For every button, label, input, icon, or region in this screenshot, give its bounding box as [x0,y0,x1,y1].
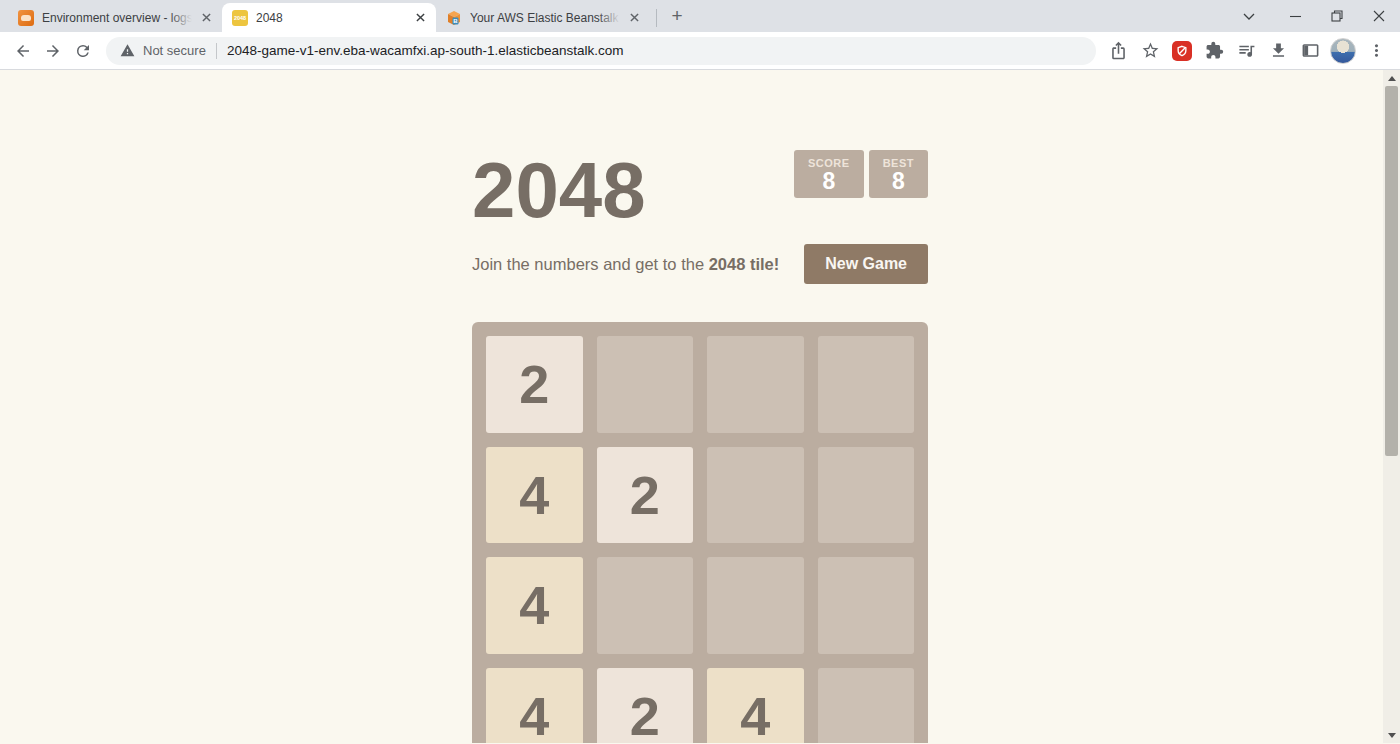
empty-cell [818,447,915,544]
empty-cell [818,336,915,433]
address-bar[interactable]: Not secure 2048-game-v1-env.eba-wacamfxi… [106,37,1096,65]
empty-cell [707,557,804,654]
tile-4: 4 [486,447,583,544]
page-content: 2048 SCORE 8 BEST 8 Join the numbers and… [0,70,1400,743]
browser-toolbar: Not secure 2048-game-v1-env.eba-wacamfxi… [0,32,1400,70]
scrollbar[interactable] [1383,70,1400,743]
score-panel: SCORE 8 BEST 8 [794,150,928,230]
tab-title: Your AWS Elastic Beanstalk enviro [470,11,620,25]
svg-text:B: B [453,18,458,24]
media-controls-icon[interactable] [1232,37,1260,65]
window-controls [1234,0,1400,32]
reload-icon[interactable] [69,37,97,65]
game-board: 2424424 [472,322,928,743]
downloads-icon[interactable] [1264,37,1292,65]
extensions-puzzle-icon[interactable] [1200,37,1228,65]
close-window-button[interactable] [1358,0,1400,32]
url-text[interactable]: 2048-game-v1-env.eba-wacamfxi.ap-south-1… [227,43,624,58]
tab-2048[interactable]: 2048 2048 [222,3,436,32]
new-tab-button[interactable]: + [663,2,691,30]
toolbar-actions [1102,37,1392,65]
profile-avatar[interactable] [1330,38,1356,64]
tile-2: 2 [597,668,694,744]
empty-cell [707,447,804,544]
tile-4: 4 [707,668,804,744]
chevron-down-icon[interactable] [1234,0,1264,32]
subtitle: Join the numbers and get to the 2048 til… [472,255,779,274]
score-value: 8 [808,169,850,194]
tab-separator [656,9,657,27]
empty-cell [597,557,694,654]
tab-title: 2048 [256,11,406,25]
empty-cell [818,668,915,744]
tab-strip: Environment overview - logs | Ela 2048 2… [0,0,1400,32]
forward-icon[interactable] [39,37,67,65]
tab-beanstalk-environment[interactable]: B Your AWS Elastic Beanstalk enviro [436,3,650,32]
scroll-down-arrow[interactable] [1383,727,1400,743]
security-label: Not secure [143,43,206,58]
new-game-button[interactable]: New Game [804,244,928,284]
tile-2: 2 [597,447,694,544]
omnibox-divider [216,43,217,59]
tile-2: 2 [486,336,583,433]
empty-cell [597,336,694,433]
adblock-shield-extension-icon[interactable] [1168,37,1196,65]
close-tab-icon[interactable] [626,10,642,26]
tab-environment-overview[interactable]: Environment overview - logs | Ela [8,3,222,32]
tile-4: 4 [486,668,583,744]
best-value: 8 [883,169,914,194]
game-2048-favicon: 2048 [232,10,248,26]
empty-cell [818,557,915,654]
tab-title: Environment overview - logs | Ela [42,11,192,25]
scrollbar-thumb[interactable] [1385,86,1398,456]
scroll-up-arrow[interactable] [1383,70,1400,86]
back-icon[interactable] [9,37,37,65]
aws-console-favicon [18,10,34,26]
game-container: 2048 SCORE 8 BEST 8 Join the numbers and… [472,70,928,743]
empty-cell [707,336,804,433]
maximize-button[interactable] [1316,0,1358,32]
browser-window: Environment overview - logs | Ela 2048 2… [0,0,1400,743]
kebab-menu-icon[interactable] [1362,37,1390,65]
score-box: SCORE 8 [794,150,864,198]
not-secure-warning-icon[interactable] [120,43,135,58]
best-box: BEST 8 [869,150,928,198]
elastic-beanstalk-favicon: B [446,10,462,26]
side-panel-icon[interactable] [1296,37,1324,65]
share-icon[interactable] [1104,37,1132,65]
close-tab-icon[interactable] [198,10,214,26]
bookmark-star-icon[interactable] [1136,37,1164,65]
page-title: 2048 [472,150,646,230]
minimize-button[interactable] [1274,0,1316,32]
close-tab-icon[interactable] [412,10,428,26]
tile-4: 4 [486,557,583,654]
